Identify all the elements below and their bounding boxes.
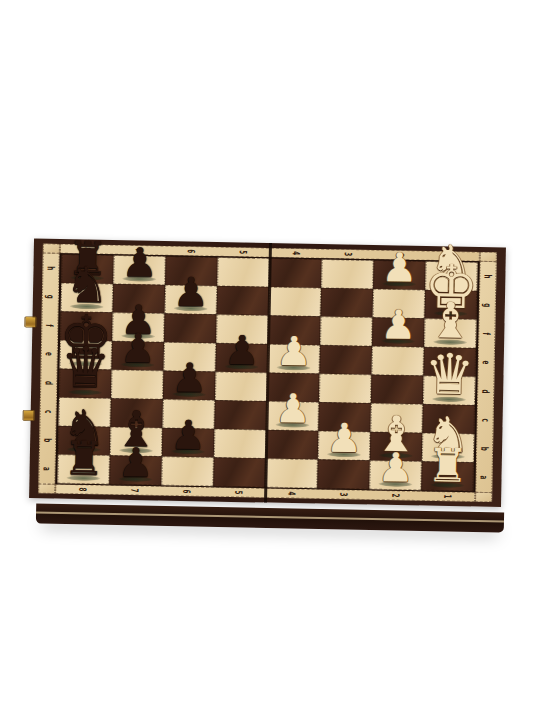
white-pawn-e4[interactable]: ♟ — [276, 331, 313, 372]
file-label-h: h — [480, 262, 496, 291]
file-label-c: c — [477, 406, 493, 435]
square-e7[interactable]: ♟ — [112, 341, 165, 371]
black-queen-d8[interactable]: ♛ — [60, 339, 111, 396]
white-rook-a1[interactable]: ♜ — [427, 442, 469, 489]
white-bishop-f1[interactable]: ♝ — [428, 296, 473, 346]
black-pawn-d6[interactable]: ♟ — [171, 357, 208, 398]
rank-label-7: 7 — [108, 486, 160, 495]
file-label-b: b — [40, 426, 56, 455]
square-e5[interactable]: ♟ — [216, 343, 269, 373]
frame-corner — [38, 484, 55, 494]
square-e4[interactable]: ♟ — [268, 344, 321, 374]
square-a3[interactable] — [317, 460, 370, 490]
square-h3[interactable] — [321, 259, 374, 289]
square-h4[interactable] — [269, 258, 322, 288]
product-photo-stage: 87654321 hgfedcba ♜♟♟♞♞♟♚♟♟♝♚♟♟♟♛♟♛♟♞♝♟♟… — [0, 0, 540, 720]
black-pawn-e5[interactable]: ♟ — [224, 330, 261, 371]
black-pawn-e7[interactable]: ♟ — [120, 328, 157, 369]
rank-label-8: 8 — [56, 485, 108, 494]
square-g3[interactable] — [321, 288, 374, 318]
rank-label-6: 6 — [165, 246, 217, 255]
square-h5[interactable] — [217, 257, 270, 287]
file-label-g: g — [43, 282, 59, 311]
white-pawn-b3[interactable]: ♟ — [326, 418, 363, 459]
rank-label-1: 1 — [422, 492, 474, 501]
hinge-icon — [24, 316, 36, 327]
square-d5[interactable] — [215, 372, 268, 402]
square-c5[interactable] — [214, 400, 267, 430]
square-a1[interactable]: ♜ — [421, 462, 474, 492]
square-a5[interactable] — [213, 458, 266, 488]
file-label-e: e — [42, 340, 58, 369]
black-pawn-g6[interactable]: ♟ — [173, 272, 210, 313]
square-a8[interactable]: ♜ — [57, 455, 110, 485]
white-queen-d1[interactable]: ♛ — [424, 346, 475, 403]
square-f2[interactable]: ♟ — [372, 318, 425, 348]
rank-label-3: 3 — [317, 490, 369, 499]
file-label-d: d — [41, 368, 57, 397]
file-label-g: g — [480, 291, 496, 320]
square-a2[interactable]: ♟ — [369, 461, 422, 491]
square-d3[interactable] — [319, 374, 372, 404]
square-b6[interactable]: ♟ — [162, 428, 215, 458]
rank-label-5: 5 — [213, 488, 265, 497]
file-label-d: d — [478, 377, 494, 406]
square-h2[interactable]: ♟ — [373, 260, 426, 290]
white-pawn-c4[interactable]: ♟ — [275, 388, 312, 429]
square-d6[interactable]: ♟ — [163, 371, 216, 401]
white-pawn-a2[interactable]: ♟ — [377, 447, 414, 488]
square-b5[interactable] — [214, 429, 267, 459]
file-label-c: c — [40, 397, 56, 426]
chess-board-wrap: 87654321 hgfedcba ♜♟♟♞♞♟♚♟♟♝♚♟♟♟♛♟♛♟♞♝♟♟… — [34, 243, 506, 715]
black-pawn-a7[interactable]: ♟ — [117, 442, 154, 483]
frame-corner — [475, 492, 492, 502]
square-f6[interactable] — [164, 314, 217, 344]
rank-label-6: 6 — [161, 487, 213, 496]
square-d8[interactable]: ♛ — [59, 369, 112, 399]
square-a4[interactable] — [265, 459, 318, 489]
file-label-a: a — [476, 463, 492, 492]
square-g4[interactable] — [269, 287, 322, 317]
rank-label-4: 4 — [270, 248, 322, 257]
frame-corner — [43, 244, 60, 254]
square-c4[interactable]: ♟ — [266, 401, 319, 431]
file-label-f: f — [479, 319, 495, 348]
square-d1[interactable]: ♛ — [423, 376, 476, 406]
rank-label-2: 2 — [370, 491, 422, 500]
black-rook-a8[interactable]: ♜ — [63, 435, 105, 482]
file-label-a: a — [39, 455, 55, 484]
square-f3[interactable] — [320, 317, 373, 347]
rank-label-4: 4 — [265, 489, 317, 498]
rank-label-5: 5 — [217, 247, 269, 256]
square-e3[interactable] — [319, 345, 372, 375]
file-label-e: e — [478, 348, 494, 377]
frame-corner — [480, 252, 497, 262]
square-g5[interactable] — [217, 286, 270, 316]
square-a7[interactable]: ♟ — [109, 456, 162, 486]
square-a6[interactable] — [161, 457, 214, 487]
square-e2[interactable] — [371, 346, 424, 376]
black-pawn-b6[interactable]: ♟ — [170, 415, 207, 456]
box-side-seam — [36, 512, 504, 523]
file-label-f: f — [42, 311, 58, 340]
square-d7[interactable] — [111, 370, 164, 400]
square-g6[interactable]: ♟ — [165, 285, 218, 315]
black-pawn-h7[interactable]: ♟ — [121, 242, 158, 283]
file-label-h: h — [43, 254, 59, 283]
square-b3[interactable]: ♟ — [318, 431, 371, 461]
rank-label-3: 3 — [322, 250, 374, 259]
square-b4[interactable] — [266, 430, 319, 460]
board-frame: 87654321 hgfedcba ♜♟♟♞♞♟♚♟♟♝♚♟♟♟♛♟♛♟♞♝♟♟… — [29, 238, 506, 507]
white-pawn-h2[interactable]: ♟ — [381, 247, 418, 288]
white-pawn-f2[interactable]: ♟ — [380, 304, 417, 345]
hinge-icon — [23, 410, 35, 421]
square-d2[interactable] — [371, 375, 424, 405]
square-h7[interactable]: ♟ — [113, 255, 166, 285]
file-label-b: b — [477, 434, 493, 463]
